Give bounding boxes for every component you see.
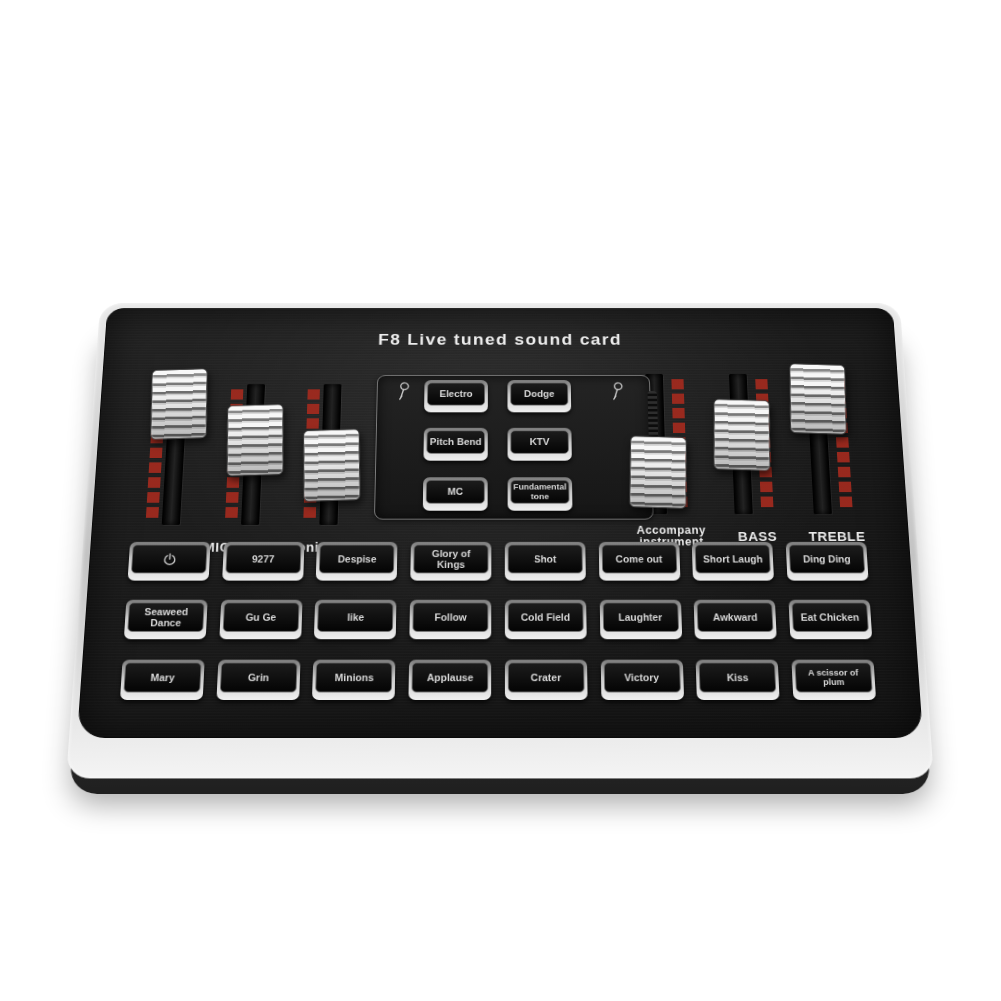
- product-photo: F8 Live tuned sound card ECHO MIC VOL Mo…: [0, 0, 1001, 1001]
- power-button[interactable]: [128, 542, 211, 581]
- power-icon: [161, 551, 178, 566]
- bass-slider: BASS: [718, 374, 792, 548]
- mc-button[interactable]: MC: [423, 477, 488, 510]
- key-short-laugh[interactable]: Short Laugh: [692, 542, 774, 581]
- key-kiss[interactable]: Kiss: [696, 660, 780, 700]
- dodge-button[interactable]: Dodge: [507, 380, 571, 412]
- keypad-row-3: Mary Grin Minions Applause Crater Victor…: [120, 660, 876, 700]
- key-come-out[interactable]: Come out: [598, 542, 680, 581]
- echo-fader-knob[interactable]: [150, 368, 207, 440]
- key-shot[interactable]: Shot: [505, 542, 586, 581]
- key-like[interactable]: like: [314, 600, 397, 640]
- microphone-icon: [394, 382, 411, 401]
- key-victory[interactable]: Victory: [600, 660, 683, 700]
- key-awkward[interactable]: Awkward: [694, 600, 777, 640]
- key-glory-of-kings[interactable]: Glory of Kings: [410, 542, 491, 581]
- key-crater[interactable]: Crater: [505, 660, 588, 700]
- product-title: F8 Live tuned sound card: [105, 331, 894, 349]
- bass-fader-knob[interactable]: [713, 398, 770, 470]
- key-seaweed-dance[interactable]: Seaweed Dance: [124, 600, 208, 640]
- key-minions[interactable]: Minions: [312, 660, 395, 700]
- effect-panel: Electro Dodge Pitch Bend KTV MC Fundamen…: [374, 375, 654, 520]
- key-9277[interactable]: 9277: [222, 542, 304, 581]
- mic-vol-fader-knob[interactable]: [227, 404, 284, 477]
- key-applause[interactable]: Applause: [409, 660, 492, 700]
- echo-slider: ECHO: [119, 384, 196, 559]
- ktv-button[interactable]: KTV: [508, 428, 572, 461]
- key-laughter[interactable]: Laughter: [599, 600, 682, 640]
- key-follow[interactable]: Follow: [409, 600, 491, 640]
- monitor-fader-knob[interactable]: [303, 429, 360, 502]
- key-cold-field[interactable]: Cold Field: [505, 600, 587, 640]
- pitch-bend-button[interactable]: Pitch Bend: [423, 428, 487, 461]
- key-gu-ge[interactable]: Gu Ge: [219, 600, 302, 640]
- key-ding-ding[interactable]: Ding Ding: [786, 542, 869, 581]
- accompany-fader-knob[interactable]: [629, 435, 687, 508]
- monitor-slider: Monitor: [278, 384, 350, 559]
- mic-vol-slider: MIC VOL: [199, 384, 273, 559]
- device-face: F8 Live tuned sound card ECHO MIC VOL Mo…: [77, 308, 923, 738]
- sound-card-device: F8 Live tuned sound card ECHO MIC VOL Mo…: [65, 303, 935, 794]
- key-grin[interactable]: Grin: [216, 660, 300, 700]
- key-mary[interactable]: Mary: [120, 660, 205, 700]
- electro-button[interactable]: Electro: [424, 380, 488, 412]
- microphone-icon: [608, 382, 625, 401]
- treble-slider: TREBLE: [795, 374, 871, 548]
- keypad-row-2: Seaweed Dance Gu Ge like Follow Cold Fie…: [124, 600, 872, 640]
- key-eat-chicken[interactable]: Eat Chicken: [788, 600, 872, 640]
- treble-fader-knob[interactable]: [789, 363, 846, 435]
- fundamental-tone-button[interactable]: Fundamental tone: [508, 477, 573, 510]
- keypad-row-1: 9277 Despise Glory of Kings Shot Come ou…: [128, 542, 869, 581]
- key-a-scissor-of-plum[interactable]: A scissor of plum: [791, 660, 876, 700]
- key-despise[interactable]: Despise: [316, 542, 398, 581]
